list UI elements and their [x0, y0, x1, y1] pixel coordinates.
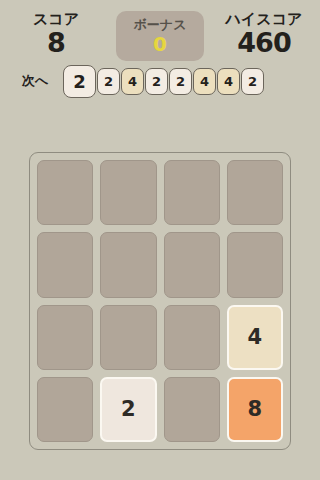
highscore-label: ハイスコア — [226, 10, 303, 28]
empty-cell — [37, 305, 93, 370]
score-block: スコア 8 — [0, 10, 112, 57]
empty-cell — [100, 160, 156, 225]
tile-4[interactable]: 4 — [227, 305, 283, 370]
next-tile: 4 — [121, 68, 144, 95]
next-label: 次へ — [22, 62, 48, 100]
highscore-block: ハイスコア 460 — [208, 10, 320, 57]
empty-cell — [164, 305, 220, 370]
tile-2[interactable]: 2 — [100, 377, 156, 442]
board[interactable]: 428 — [29, 152, 291, 450]
empty-cell — [37, 232, 93, 297]
next-tile: 2 — [97, 68, 120, 95]
empty-cell — [227, 160, 283, 225]
next-tile: 2 — [169, 68, 192, 95]
next-queue-row: 次へ 22422442 — [0, 62, 320, 100]
bonus-label: ボーナス — [134, 17, 187, 33]
next-tile-queue: 22422442 — [63, 62, 264, 100]
empty-cell — [37, 160, 93, 225]
next-tile-current: 2 — [63, 65, 96, 98]
header: スコア 8 ボーナス 0 ハイスコア 460 — [0, 0, 320, 62]
bonus-button[interactable]: ボーナス 0 — [116, 11, 204, 61]
score-label: スコア — [33, 10, 79, 28]
empty-cell — [37, 377, 93, 442]
empty-cell — [164, 160, 220, 225]
tile-8[interactable]: 8 — [227, 377, 283, 442]
game-screen: スコア 8 ボーナス 0 ハイスコア 460 次へ 22422442 428 — [0, 0, 320, 480]
empty-cell — [100, 232, 156, 297]
empty-cell — [164, 377, 220, 442]
highscore-value: 460 — [237, 29, 290, 57]
empty-cell — [100, 305, 156, 370]
next-tile: 2 — [145, 68, 168, 95]
bonus-value: 0 — [153, 33, 167, 55]
empty-cell — [227, 232, 283, 297]
score-value: 8 — [47, 29, 65, 57]
empty-cell — [164, 232, 220, 297]
next-tile: 4 — [193, 68, 216, 95]
next-tile: 4 — [217, 68, 240, 95]
next-tile: 2 — [241, 68, 264, 95]
